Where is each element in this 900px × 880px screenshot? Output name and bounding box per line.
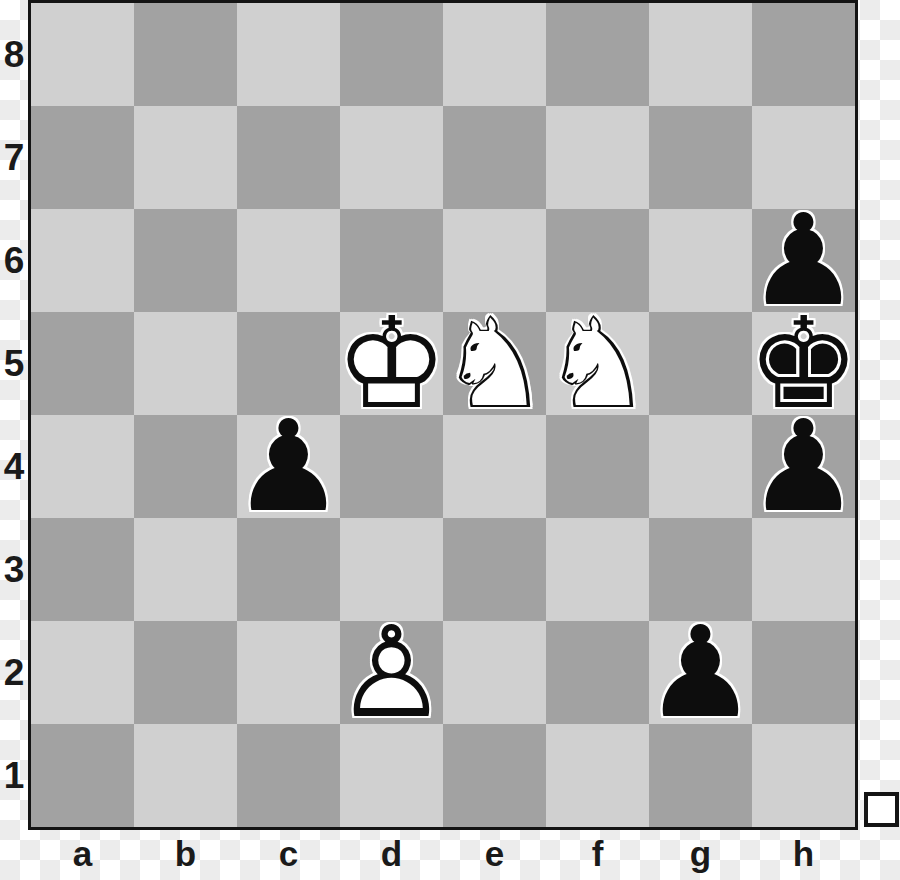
square-h2[interactable] <box>752 621 855 724</box>
square-h3[interactable] <box>752 518 855 621</box>
file-label-b: b <box>134 828 237 880</box>
square-g5[interactable] <box>649 312 752 415</box>
square-f2[interactable] <box>546 621 649 724</box>
square-d8[interactable] <box>340 3 443 106</box>
rank-label-1: 1 <box>0 724 28 827</box>
square-c6[interactable] <box>237 209 340 312</box>
square-g4[interactable] <box>649 415 752 518</box>
piece-white-king[interactable]: ♚♔ <box>340 312 443 415</box>
square-d1[interactable] <box>340 724 443 827</box>
square-e3[interactable] <box>443 518 546 621</box>
square-c2[interactable] <box>237 621 340 724</box>
square-c3[interactable] <box>237 518 340 621</box>
square-f4[interactable] <box>546 415 649 518</box>
square-a1[interactable] <box>31 724 134 827</box>
piece-black-pawn[interactable]: ♟ <box>752 415 855 518</box>
square-e4[interactable] <box>443 415 546 518</box>
square-c1[interactable] <box>237 724 340 827</box>
chess-board: ♟♚♔♞♘♞♘♚♟♟♟♙♟ <box>28 0 858 830</box>
square-e7[interactable] <box>443 106 546 209</box>
rank-label-7: 7 <box>0 106 28 209</box>
square-h8[interactable] <box>752 3 855 106</box>
square-a2[interactable] <box>31 621 134 724</box>
rank-label-2: 2 <box>0 621 28 724</box>
square-c4[interactable]: ♟ <box>237 415 340 518</box>
file-label-c: c <box>237 828 340 880</box>
square-b3[interactable] <box>134 518 237 621</box>
square-a6[interactable] <box>31 209 134 312</box>
square-d4[interactable] <box>340 415 443 518</box>
square-b2[interactable] <box>134 621 237 724</box>
rank-label-6: 6 <box>0 209 28 312</box>
square-c8[interactable] <box>237 3 340 106</box>
square-f8[interactable] <box>546 3 649 106</box>
file-label-h: h <box>752 828 855 880</box>
square-b6[interactable] <box>134 209 237 312</box>
piece-white-knight[interactable]: ♞♘ <box>443 312 546 415</box>
piece-black-pawn[interactable]: ♟ <box>649 621 752 724</box>
square-b7[interactable] <box>134 106 237 209</box>
square-e8[interactable] <box>443 3 546 106</box>
square-d7[interactable] <box>340 106 443 209</box>
square-f7[interactable] <box>546 106 649 209</box>
square-c7[interactable] <box>237 106 340 209</box>
square-g8[interactable] <box>649 3 752 106</box>
chess-diagram: 87654321 ♟♚♔♞♘♞♘♚♟♟♟♙♟ abcdefgh <box>0 0 900 880</box>
file-label-e: e <box>443 828 546 880</box>
rank-label-4: 4 <box>0 415 28 518</box>
square-a3[interactable] <box>31 518 134 621</box>
square-a5[interactable] <box>31 312 134 415</box>
rank-label-8: 8 <box>0 3 28 106</box>
square-b8[interactable] <box>134 3 237 106</box>
piece-white-knight[interactable]: ♞♘ <box>546 312 649 415</box>
square-f1[interactable] <box>546 724 649 827</box>
file-label-d: d <box>340 828 443 880</box>
file-label-a: a <box>31 828 134 880</box>
square-h1[interactable] <box>752 724 855 827</box>
square-f3[interactable] <box>546 518 649 621</box>
square-g6[interactable] <box>649 209 752 312</box>
square-e1[interactable] <box>443 724 546 827</box>
file-label-g: g <box>649 828 752 880</box>
square-g2[interactable]: ♟ <box>649 621 752 724</box>
square-e2[interactable] <box>443 621 546 724</box>
square-d5[interactable]: ♚♔ <box>340 312 443 415</box>
square-g7[interactable] <box>649 106 752 209</box>
square-h4[interactable]: ♟ <box>752 415 855 518</box>
square-d2[interactable]: ♟♙ <box>340 621 443 724</box>
square-a8[interactable] <box>31 3 134 106</box>
file-labels: abcdefgh <box>31 828 855 880</box>
piece-white-pawn[interactable]: ♟♙ <box>340 621 443 724</box>
rank-labels: 87654321 <box>0 3 28 827</box>
square-e5[interactable]: ♞♘ <box>443 312 546 415</box>
side-to-move-indicator <box>864 792 899 827</box>
piece-black-pawn[interactable]: ♟ <box>237 415 340 518</box>
square-f5[interactable]: ♞♘ <box>546 312 649 415</box>
square-b4[interactable] <box>134 415 237 518</box>
square-b1[interactable] <box>134 724 237 827</box>
rank-label-5: 5 <box>0 312 28 415</box>
square-a4[interactable] <box>31 415 134 518</box>
file-label-f: f <box>546 828 649 880</box>
square-b5[interactable] <box>134 312 237 415</box>
square-a7[interactable] <box>31 106 134 209</box>
square-g1[interactable] <box>649 724 752 827</box>
rank-label-3: 3 <box>0 518 28 621</box>
